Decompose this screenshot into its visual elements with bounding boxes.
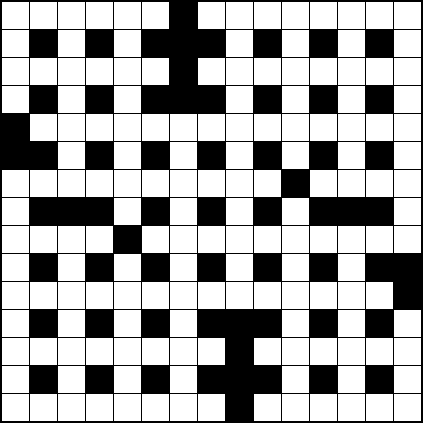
white-cell-r10c0[interactable] xyxy=(2,282,29,309)
blocked-cell-r9c1 xyxy=(30,254,57,281)
white-cell-r4c4[interactable] xyxy=(114,114,141,141)
blocked-cell-r9c5 xyxy=(142,254,169,281)
white-cell-r10c4[interactable] xyxy=(114,282,141,309)
blocked-cell-r0c6 xyxy=(170,2,197,29)
white-cell-r4c10[interactable] xyxy=(282,114,309,141)
white-cell-r1c8[interactable] xyxy=(226,30,253,57)
white-cell-r3c10[interactable] xyxy=(282,86,309,113)
white-cell-r2c10[interactable] xyxy=(282,58,309,85)
white-cell-r0c13[interactable] xyxy=(366,2,393,29)
blocked-cell-r11c1 xyxy=(30,310,57,337)
blocked-cell-r9c9 xyxy=(254,254,281,281)
white-cell-r12c5[interactable] xyxy=(142,338,169,365)
white-cell-r13c2[interactable] xyxy=(58,366,85,393)
blocked-cell-r3c13 xyxy=(366,86,393,113)
white-cell-r0c3[interactable] xyxy=(86,2,113,29)
blocked-cell-r3c7 xyxy=(198,86,225,113)
blocked-cell-r3c6 xyxy=(170,86,197,113)
blocked-cell-r11c8 xyxy=(226,310,253,337)
white-cell-r7c8[interactable] xyxy=(226,198,253,225)
white-cell-r13c4[interactable] xyxy=(114,366,141,393)
white-cell-r8c8[interactable] xyxy=(226,226,253,253)
blocked-cell-r7c2 xyxy=(58,198,85,225)
white-cell-r1c2[interactable] xyxy=(58,30,85,57)
white-cell-r5c2[interactable] xyxy=(58,142,85,169)
white-cell-r6c14[interactable] xyxy=(394,170,421,197)
blocked-cell-r5c13 xyxy=(366,142,393,169)
white-cell-r5c4[interactable] xyxy=(114,142,141,169)
blocked-cell-r11c13 xyxy=(366,310,393,337)
blocked-cell-r13c7 xyxy=(198,366,225,393)
white-cell-r8c10[interactable] xyxy=(282,226,309,253)
white-cell-r7c0[interactable] xyxy=(2,198,29,225)
white-cell-r9c8[interactable] xyxy=(226,254,253,281)
white-cell-r1c12[interactable] xyxy=(338,30,365,57)
white-cell-r10c12[interactable] xyxy=(338,282,365,309)
blocked-cell-r3c5 xyxy=(142,86,169,113)
white-cell-r8c9[interactable] xyxy=(254,226,281,253)
blocked-cell-r5c9 xyxy=(254,142,281,169)
white-cell-r14c11[interactable] xyxy=(310,394,337,421)
blocked-cell-r1c7 xyxy=(198,30,225,57)
white-cell-r12c3[interactable] xyxy=(86,338,113,365)
white-cell-r5c8[interactable] xyxy=(226,142,253,169)
blocked-cell-r13c1 xyxy=(30,366,57,393)
white-cell-r11c12[interactable] xyxy=(338,310,365,337)
white-cell-r0c9[interactable] xyxy=(254,2,281,29)
blocked-cell-r10c14 xyxy=(394,282,421,309)
blocked-cell-r2c6 xyxy=(170,58,197,85)
white-cell-r11c4[interactable] xyxy=(114,310,141,337)
white-cell-r4c13[interactable] xyxy=(366,114,393,141)
blocked-cell-r5c0 xyxy=(2,142,29,169)
blocked-cell-r13c13 xyxy=(366,366,393,393)
blocked-cell-r3c11 xyxy=(310,86,337,113)
white-cell-r0c8[interactable] xyxy=(226,2,253,29)
white-cell-r12c10[interactable] xyxy=(282,338,309,365)
blocked-cell-r4c0 xyxy=(2,114,29,141)
blocked-cell-r11c5 xyxy=(142,310,169,337)
white-cell-r12c9[interactable] xyxy=(254,338,281,365)
white-cell-r14c1[interactable] xyxy=(30,394,57,421)
white-cell-r14c13[interactable] xyxy=(366,394,393,421)
white-cell-r5c10[interactable] xyxy=(282,142,309,169)
white-cell-r1c0[interactable] xyxy=(2,30,29,57)
white-cell-r5c14[interactable] xyxy=(394,142,421,169)
white-cell-r6c2[interactable] xyxy=(58,170,85,197)
white-cell-r7c6[interactable] xyxy=(170,198,197,225)
white-cell-r2c11[interactable] xyxy=(310,58,337,85)
blocked-cell-r5c3 xyxy=(86,142,113,169)
white-cell-r10c5[interactable] xyxy=(142,282,169,309)
white-cell-r6c13[interactable] xyxy=(366,170,393,197)
white-cell-r10c6[interactable] xyxy=(170,282,197,309)
blocked-cell-r7c3 xyxy=(86,198,113,225)
white-cell-r11c0[interactable] xyxy=(2,310,29,337)
white-cell-r13c10[interactable] xyxy=(282,366,309,393)
blocked-cell-r6c10 xyxy=(282,170,309,197)
white-cell-r2c2[interactable] xyxy=(58,58,85,85)
blocked-cell-r8c4 xyxy=(114,226,141,253)
white-cell-r10c9[interactable] xyxy=(254,282,281,309)
blocked-cell-r13c5 xyxy=(142,366,169,393)
blocked-cell-r7c1 xyxy=(30,198,57,225)
blocked-cell-r3c9 xyxy=(254,86,281,113)
blocked-cell-r7c11 xyxy=(310,198,337,225)
white-cell-r2c1[interactable] xyxy=(30,58,57,85)
white-cell-r10c2[interactable] xyxy=(58,282,85,309)
white-cell-r8c6[interactable] xyxy=(170,226,197,253)
blocked-cell-r7c9 xyxy=(254,198,281,225)
white-cell-r6c8[interactable] xyxy=(226,170,253,197)
white-cell-r4c11[interactable] xyxy=(310,114,337,141)
blocked-cell-r7c13 xyxy=(366,198,393,225)
white-cell-r14c4[interactable] xyxy=(114,394,141,421)
white-cell-r4c5[interactable] xyxy=(142,114,169,141)
white-cell-r2c12[interactable] xyxy=(338,58,365,85)
white-cell-r4c6[interactable] xyxy=(170,114,197,141)
blocked-cell-r7c12 xyxy=(338,198,365,225)
white-cell-r10c8[interactable] xyxy=(226,282,253,309)
white-cell-r0c1[interactable] xyxy=(30,2,57,29)
white-cell-r10c7[interactable] xyxy=(198,282,225,309)
white-cell-r2c7[interactable] xyxy=(198,58,225,85)
blocked-cell-r9c14 xyxy=(394,254,421,281)
white-cell-r3c0[interactable] xyxy=(2,86,29,113)
blocked-cell-r9c3 xyxy=(86,254,113,281)
white-cell-r10c10[interactable] xyxy=(282,282,309,309)
white-cell-r2c13[interactable] xyxy=(366,58,393,85)
white-cell-r11c10[interactable] xyxy=(282,310,309,337)
white-cell-r9c10[interactable] xyxy=(282,254,309,281)
white-cell-r6c0[interactable] xyxy=(2,170,29,197)
white-cell-r7c4[interactable] xyxy=(114,198,141,225)
blocked-cell-r13c3 xyxy=(86,366,113,393)
white-cell-r10c11[interactable] xyxy=(310,282,337,309)
white-cell-r4c14[interactable] xyxy=(394,114,421,141)
white-cell-r2c4[interactable] xyxy=(114,58,141,85)
white-cell-r7c10[interactable] xyxy=(282,198,309,225)
white-cell-r8c1[interactable] xyxy=(30,226,57,253)
blocked-cell-r9c7 xyxy=(198,254,225,281)
white-cell-r0c11[interactable] xyxy=(310,2,337,29)
white-cell-r0c0[interactable] xyxy=(2,2,29,29)
white-cell-r8c14[interactable] xyxy=(394,226,421,253)
white-cell-r12c14[interactable] xyxy=(394,338,421,365)
white-cell-r2c14[interactable] xyxy=(394,58,421,85)
white-cell-r9c2[interactable] xyxy=(58,254,85,281)
white-cell-r0c14[interactable] xyxy=(394,2,421,29)
white-cell-r13c0[interactable] xyxy=(2,366,29,393)
blocked-cell-r13c9 xyxy=(254,366,281,393)
white-cell-r0c10[interactable] xyxy=(282,2,309,29)
blocked-cell-r14c8 xyxy=(226,394,253,421)
white-cell-r6c5[interactable] xyxy=(142,170,169,197)
white-cell-r14c0[interactable] xyxy=(2,394,29,421)
blocked-cell-r5c11 xyxy=(310,142,337,169)
white-cell-r8c2[interactable] xyxy=(58,226,85,253)
white-cell-r14c6[interactable] xyxy=(170,394,197,421)
white-cell-r2c8[interactable] xyxy=(226,58,253,85)
white-cell-r6c6[interactable] xyxy=(170,170,197,197)
white-cell-r6c7[interactable] xyxy=(198,170,225,197)
white-cell-r12c4[interactable] xyxy=(114,338,141,365)
white-cell-r12c12[interactable] xyxy=(338,338,365,365)
white-cell-r7c14[interactable] xyxy=(394,198,421,225)
white-cell-r6c4[interactable] xyxy=(114,170,141,197)
white-cell-r14c10[interactable] xyxy=(282,394,309,421)
white-cell-r11c2[interactable] xyxy=(58,310,85,337)
white-cell-r14c9[interactable] xyxy=(254,394,281,421)
white-cell-r3c12[interactable] xyxy=(338,86,365,113)
blocked-cell-r3c1 xyxy=(30,86,57,113)
white-cell-r12c7[interactable] xyxy=(198,338,225,365)
white-cell-r9c0[interactable] xyxy=(2,254,29,281)
white-cell-r4c1[interactable] xyxy=(30,114,57,141)
blocked-cell-r1c9 xyxy=(254,30,281,57)
white-cell-r2c0[interactable] xyxy=(2,58,29,85)
blocked-cell-r1c3 xyxy=(86,30,113,57)
white-cell-r14c3[interactable] xyxy=(86,394,113,421)
white-cell-r14c12[interactable] xyxy=(338,394,365,421)
white-cell-r4c7[interactable] xyxy=(198,114,225,141)
blocked-cell-r1c1 xyxy=(30,30,57,57)
white-cell-r8c3[interactable] xyxy=(86,226,113,253)
white-cell-r14c7[interactable] xyxy=(198,394,225,421)
white-cell-r0c4[interactable] xyxy=(114,2,141,29)
blocked-cell-r5c1 xyxy=(30,142,57,169)
blocked-cell-r5c5 xyxy=(142,142,169,169)
white-cell-r2c3[interactable] xyxy=(86,58,113,85)
white-cell-r1c14[interactable] xyxy=(394,30,421,57)
white-cell-r6c12[interactable] xyxy=(338,170,365,197)
white-cell-r12c0[interactable] xyxy=(2,338,29,365)
white-cell-r12c13[interactable] xyxy=(366,338,393,365)
blocked-cell-r11c9 xyxy=(254,310,281,337)
white-cell-r3c8[interactable] xyxy=(226,86,253,113)
white-cell-r5c6[interactable] xyxy=(170,142,197,169)
white-cell-r4c8[interactable] xyxy=(226,114,253,141)
white-cell-r4c3[interactable] xyxy=(86,114,113,141)
white-cell-r6c11[interactable] xyxy=(310,170,337,197)
blocked-cell-r12c8 xyxy=(226,338,253,365)
crossword-grid xyxy=(0,0,423,423)
white-cell-r2c9[interactable] xyxy=(254,58,281,85)
white-cell-r8c13[interactable] xyxy=(366,226,393,253)
white-cell-r3c4[interactable] xyxy=(114,86,141,113)
white-cell-r12c11[interactable] xyxy=(310,338,337,365)
white-cell-r11c14[interactable] xyxy=(394,310,421,337)
blocked-cell-r13c8 xyxy=(226,366,253,393)
white-cell-r8c7[interactable] xyxy=(198,226,225,253)
blocked-cell-r9c13 xyxy=(366,254,393,281)
blocked-cell-r11c3 xyxy=(86,310,113,337)
white-cell-r0c7[interactable] xyxy=(198,2,225,29)
white-cell-r3c14[interactable] xyxy=(394,86,421,113)
white-cell-r8c0[interactable] xyxy=(2,226,29,253)
white-cell-r2c5[interactable] xyxy=(142,58,169,85)
white-cell-r13c14[interactable] xyxy=(394,366,421,393)
white-cell-r14c5[interactable] xyxy=(142,394,169,421)
white-cell-r3c2[interactable] xyxy=(58,86,85,113)
white-cell-r1c10[interactable] xyxy=(282,30,309,57)
blocked-cell-r1c13 xyxy=(366,30,393,57)
white-cell-r9c6[interactable] xyxy=(170,254,197,281)
white-cell-r14c14[interactable] xyxy=(394,394,421,421)
white-cell-r13c12[interactable] xyxy=(338,366,365,393)
blocked-cell-r5c7 xyxy=(198,142,225,169)
white-cell-r8c12[interactable] xyxy=(338,226,365,253)
white-cell-r0c5[interactable] xyxy=(142,2,169,29)
white-cell-r11c6[interactable] xyxy=(170,310,197,337)
white-cell-r12c1[interactable] xyxy=(30,338,57,365)
white-cell-r12c6[interactable] xyxy=(170,338,197,365)
blocked-cell-r7c7 xyxy=(198,198,225,225)
white-cell-r12c2[interactable] xyxy=(58,338,85,365)
white-cell-r6c9[interactable] xyxy=(254,170,281,197)
white-cell-r4c12[interactable] xyxy=(338,114,365,141)
white-cell-r5c12[interactable] xyxy=(338,142,365,169)
blocked-cell-r11c11 xyxy=(310,310,337,337)
white-cell-r1c4[interactable] xyxy=(114,30,141,57)
blocked-cell-r1c6 xyxy=(170,30,197,57)
blocked-cell-r9c11 xyxy=(310,254,337,281)
blocked-cell-r7c5 xyxy=(142,198,169,225)
white-cell-r0c2[interactable] xyxy=(58,2,85,29)
white-cell-r9c12[interactable] xyxy=(338,254,365,281)
blocked-cell-r13c11 xyxy=(310,366,337,393)
white-cell-r10c1[interactable] xyxy=(30,282,57,309)
white-cell-r10c3[interactable] xyxy=(86,282,113,309)
white-cell-r4c2[interactable] xyxy=(58,114,85,141)
white-cell-r14c2[interactable] xyxy=(58,394,85,421)
blocked-cell-r3c3 xyxy=(86,86,113,113)
white-cell-r0c12[interactable] xyxy=(338,2,365,29)
blocked-cell-r11c7 xyxy=(198,310,225,337)
blocked-cell-r1c5 xyxy=(142,30,169,57)
white-cell-r8c5[interactable] xyxy=(142,226,169,253)
white-cell-r8c11[interactable] xyxy=(310,226,337,253)
white-cell-r13c6[interactable] xyxy=(170,366,197,393)
white-cell-r6c3[interactable] xyxy=(86,170,113,197)
white-cell-r9c4[interactable] xyxy=(114,254,141,281)
blocked-cell-r1c11 xyxy=(310,30,337,57)
white-cell-r4c9[interactable] xyxy=(254,114,281,141)
white-cell-r6c1[interactable] xyxy=(30,170,57,197)
white-cell-r10c13[interactable] xyxy=(366,282,393,309)
